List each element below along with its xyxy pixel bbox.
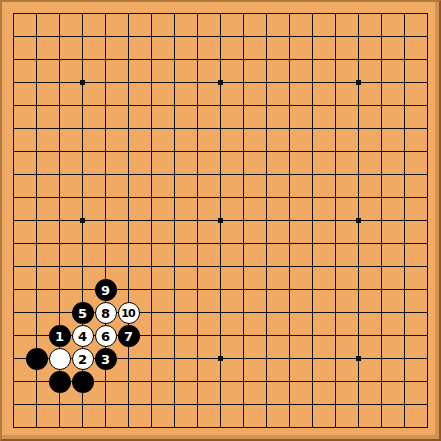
move-number: 1	[55, 330, 64, 343]
move-number: 8	[101, 307, 110, 320]
stone-black	[49, 371, 71, 393]
star-point	[356, 80, 361, 85]
stone-black: 5	[72, 302, 94, 324]
stone-black: 9	[95, 279, 117, 301]
star-point	[80, 80, 85, 85]
star-point	[356, 218, 361, 223]
move-number: 6	[101, 330, 110, 343]
stones-layer: 95810146723	[2, 2, 439, 439]
move-number: 10	[121, 308, 134, 319]
star-point	[218, 218, 223, 223]
stone-white: 6	[95, 325, 117, 347]
stone-black: 7	[118, 325, 140, 347]
stone-white: 2	[72, 348, 94, 370]
stone-black	[72, 371, 94, 393]
stone-white: 8	[95, 302, 117, 324]
star-point	[80, 218, 85, 223]
stone-white	[49, 348, 71, 370]
move-number: 9	[101, 284, 110, 297]
stone-white: 4	[72, 325, 94, 347]
move-number: 5	[78, 307, 87, 320]
stone-black	[26, 348, 48, 370]
move-number: 3	[101, 353, 110, 366]
move-number: 2	[78, 353, 87, 366]
star-point	[218, 80, 223, 85]
stone-black: 3	[95, 348, 117, 370]
star-point	[218, 356, 223, 361]
stone-black: 1	[49, 325, 71, 347]
go-board: 95810146723	[0, 0, 441, 441]
star-point	[356, 356, 361, 361]
move-number: 7	[124, 330, 133, 343]
move-number: 4	[78, 330, 87, 343]
stone-white: 10	[118, 302, 140, 324]
